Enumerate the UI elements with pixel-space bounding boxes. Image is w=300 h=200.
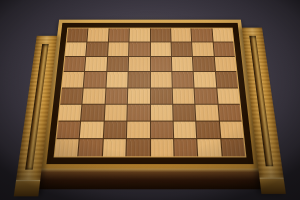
board-front-edge: [39, 169, 261, 190]
square-f4: [173, 88, 195, 103]
square-f2: [174, 121, 197, 138]
square-c1: [103, 139, 126, 156]
chessboard-photo: [0, 0, 300, 200]
square-c8: [109, 28, 129, 41]
square-a8: [67, 28, 88, 41]
square-f8: [171, 28, 191, 41]
square-g6: [193, 57, 214, 71]
square-d6: [129, 57, 150, 71]
square-h6: [214, 57, 236, 71]
square-c3: [105, 104, 127, 120]
square-e1: [151, 139, 174, 156]
square-f6: [172, 57, 193, 71]
square-d8: [130, 28, 150, 41]
square-h7: [213, 43, 234, 57]
square-g2: [197, 121, 220, 138]
square-a3: [59, 104, 82, 120]
square-e7: [150, 43, 170, 57]
square-d5: [128, 72, 149, 87]
square-h1: [221, 139, 245, 156]
square-g7: [192, 43, 213, 57]
square-g4: [195, 88, 217, 103]
board-border: [46, 23, 253, 164]
square-e5: [150, 72, 171, 87]
board-grid: [54, 28, 247, 158]
square-b3: [82, 104, 105, 120]
square-c4: [105, 88, 127, 103]
square-a5: [62, 72, 84, 87]
square-h3: [218, 104, 241, 120]
square-d4: [128, 88, 150, 103]
square-g5: [194, 72, 216, 87]
square-e3: [151, 104, 173, 120]
square-a1: [55, 139, 79, 156]
square-a6: [64, 57, 86, 71]
square-b1: [79, 139, 103, 156]
square-h5: [216, 72, 238, 87]
square-c6: [107, 57, 128, 71]
tray-front-edge-left: [14, 180, 40, 196]
chess-board: [39, 20, 261, 190]
square-f7: [171, 43, 192, 57]
square-b2: [80, 121, 103, 138]
square-c7: [108, 43, 129, 57]
square-a7: [65, 43, 86, 57]
square-e4: [150, 88, 172, 103]
square-c2: [104, 121, 127, 138]
board-frame: [42, 20, 259, 169]
square-h8: [212, 28, 233, 41]
square-d7: [129, 43, 149, 57]
square-g8: [192, 28, 213, 41]
square-f3: [173, 104, 195, 120]
square-h4: [217, 88, 240, 103]
square-b7: [87, 43, 108, 57]
tray-front-edge-right: [259, 178, 285, 194]
square-b4: [83, 88, 105, 103]
square-b6: [85, 57, 106, 71]
square-g1: [197, 139, 221, 156]
square-g3: [196, 104, 219, 120]
square-b8: [88, 28, 109, 41]
square-d1: [127, 139, 150, 156]
square-f1: [174, 139, 197, 156]
square-a2: [57, 121, 81, 138]
square-e2: [151, 121, 173, 138]
chess-set-assembly: [14, 20, 285, 192]
square-d3: [128, 104, 150, 120]
square-f5: [172, 72, 194, 87]
square-e8: [150, 28, 170, 41]
square-e6: [150, 57, 171, 71]
square-d2: [127, 121, 149, 138]
square-b5: [84, 72, 106, 87]
square-a4: [60, 88, 83, 103]
square-c5: [106, 72, 128, 87]
square-h2: [220, 121, 244, 138]
